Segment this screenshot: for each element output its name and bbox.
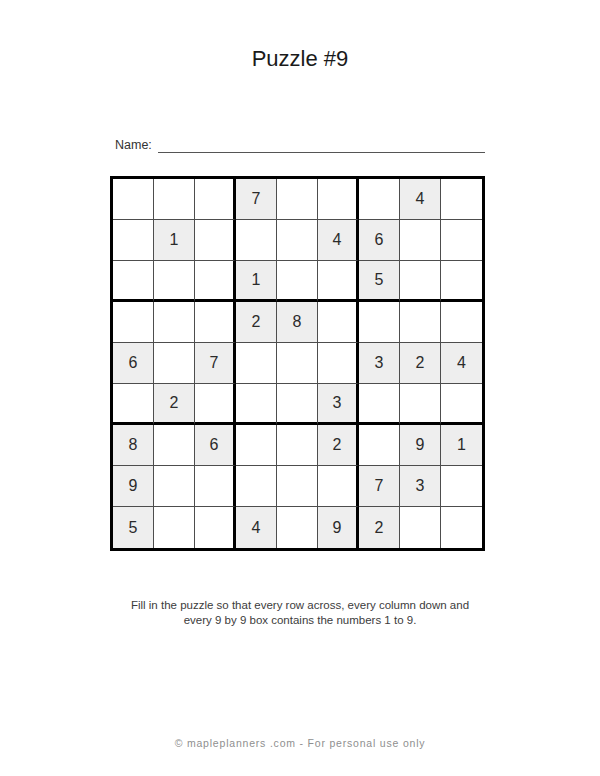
sudoku-cell-r5c8: 2 bbox=[400, 343, 441, 384]
sudoku-cell-r9c9[interactable] bbox=[441, 507, 482, 548]
sudoku-cell-r4c7[interactable] bbox=[359, 302, 400, 343]
sudoku-cell-r7c7[interactable] bbox=[359, 425, 400, 466]
sudoku-cell-r5c3: 7 bbox=[195, 343, 236, 384]
sudoku-cell-r6c5[interactable] bbox=[277, 384, 318, 425]
sudoku-cell-r2c3[interactable] bbox=[195, 220, 236, 261]
sudoku-cell-r4c8[interactable] bbox=[400, 302, 441, 343]
name-label: Name: bbox=[115, 138, 158, 153]
sudoku-cell-r7c2[interactable] bbox=[154, 425, 195, 466]
sudoku-cell-r7c9: 1 bbox=[441, 425, 482, 466]
sudoku-cell-r4c3[interactable] bbox=[195, 302, 236, 343]
sudoku-cell-r1c4: 7 bbox=[236, 179, 277, 220]
sudoku-cell-r1c8: 4 bbox=[400, 179, 441, 220]
sudoku-cell-r9c6: 9 bbox=[318, 507, 359, 548]
sudoku-cell-r1c3[interactable] bbox=[195, 179, 236, 220]
sudoku-cell-r1c2[interactable] bbox=[154, 179, 195, 220]
sudoku-cell-r3c6[interactable] bbox=[318, 261, 359, 302]
sudoku-cell-r8c1: 9 bbox=[113, 466, 154, 507]
sudoku-cell-r1c5[interactable] bbox=[277, 179, 318, 220]
sudoku-cell-r1c1[interactable] bbox=[113, 179, 154, 220]
sudoku-cell-r5c5[interactable] bbox=[277, 343, 318, 384]
sudoku-cell-r2c2: 1 bbox=[154, 220, 195, 261]
sudoku-cell-r6c7[interactable] bbox=[359, 384, 400, 425]
sudoku-cell-r5c2[interactable] bbox=[154, 343, 195, 384]
sudoku-cell-r2c4[interactable] bbox=[236, 220, 277, 261]
sudoku-cell-r2c1[interactable] bbox=[113, 220, 154, 261]
sudoku-cell-r4c9[interactable] bbox=[441, 302, 482, 343]
sudoku-cell-r9c4: 4 bbox=[236, 507, 277, 548]
sudoku-cell-r6c4[interactable] bbox=[236, 384, 277, 425]
sudoku-cell-r2c8[interactable] bbox=[400, 220, 441, 261]
sudoku-cell-r5c9: 4 bbox=[441, 343, 482, 384]
sudoku-cell-r1c7[interactable] bbox=[359, 179, 400, 220]
sudoku-cell-r1c6[interactable] bbox=[318, 179, 359, 220]
footer-text: © mapleplanners .com - For personal use … bbox=[0, 737, 600, 749]
sudoku-cell-r1c9[interactable] bbox=[441, 179, 482, 220]
sudoku-cell-r7c4[interactable] bbox=[236, 425, 277, 466]
sudoku-cell-r3c4: 1 bbox=[236, 261, 277, 302]
sudoku-cell-r3c9[interactable] bbox=[441, 261, 482, 302]
sudoku-cell-r3c1[interactable] bbox=[113, 261, 154, 302]
sudoku-cell-r2c7: 6 bbox=[359, 220, 400, 261]
sudoku-cell-r2c6: 4 bbox=[318, 220, 359, 261]
sudoku-cell-r7c5[interactable] bbox=[277, 425, 318, 466]
sudoku-cell-r4c1[interactable] bbox=[113, 302, 154, 343]
page-title: Puzzle #9 bbox=[0, 46, 600, 72]
sudoku-grid: 7414615286732423862919735492 bbox=[110, 176, 485, 551]
sudoku-cell-r8c9[interactable] bbox=[441, 466, 482, 507]
instructions-line1: Fill in the puzzle so that every row acr… bbox=[0, 598, 600, 613]
sudoku-cell-r4c2[interactable] bbox=[154, 302, 195, 343]
sudoku-cell-r6c3[interactable] bbox=[195, 384, 236, 425]
sudoku-cell-r3c5[interactable] bbox=[277, 261, 318, 302]
instructions-line2: every 9 by 9 box contains the numbers 1 … bbox=[0, 613, 600, 628]
sudoku-cell-r7c3: 6 bbox=[195, 425, 236, 466]
name-field: Name: bbox=[115, 138, 485, 153]
sudoku-cell-r7c6: 2 bbox=[318, 425, 359, 466]
sudoku-cell-r6c2: 2 bbox=[154, 384, 195, 425]
instructions: Fill in the puzzle so that every row acr… bbox=[0, 598, 600, 628]
sudoku-cell-r8c4[interactable] bbox=[236, 466, 277, 507]
sudoku-cell-r6c1[interactable] bbox=[113, 384, 154, 425]
sudoku-cell-r6c9[interactable] bbox=[441, 384, 482, 425]
sudoku-cell-r9c5[interactable] bbox=[277, 507, 318, 548]
sudoku-cell-r5c4[interactable] bbox=[236, 343, 277, 384]
sudoku-cell-r6c8[interactable] bbox=[400, 384, 441, 425]
sudoku-cell-r7c8: 9 bbox=[400, 425, 441, 466]
sudoku-cell-r5c7: 3 bbox=[359, 343, 400, 384]
sudoku-cell-r2c9[interactable] bbox=[441, 220, 482, 261]
sudoku-cell-r7c1: 8 bbox=[113, 425, 154, 466]
sudoku-cell-r9c7: 2 bbox=[359, 507, 400, 548]
sudoku-cell-r8c5[interactable] bbox=[277, 466, 318, 507]
sudoku-cell-r8c8: 3 bbox=[400, 466, 441, 507]
sudoku-cell-r5c6[interactable] bbox=[318, 343, 359, 384]
name-line bbox=[158, 139, 485, 153]
sudoku-cell-r8c7: 7 bbox=[359, 466, 400, 507]
sudoku-cell-r8c6[interactable] bbox=[318, 466, 359, 507]
sudoku-cell-r9c1: 5 bbox=[113, 507, 154, 548]
sudoku-cell-r4c6[interactable] bbox=[318, 302, 359, 343]
puzzle-page: Puzzle #9 Name: 741461528673242386291973… bbox=[0, 0, 600, 776]
sudoku-cell-r3c8[interactable] bbox=[400, 261, 441, 302]
sudoku-cell-r3c3[interactable] bbox=[195, 261, 236, 302]
sudoku-cell-r8c2[interactable] bbox=[154, 466, 195, 507]
sudoku-cell-r3c2[interactable] bbox=[154, 261, 195, 302]
sudoku-cell-r4c5: 8 bbox=[277, 302, 318, 343]
sudoku-cell-r9c8[interactable] bbox=[400, 507, 441, 548]
sudoku-cell-r5c1: 6 bbox=[113, 343, 154, 384]
sudoku-cell-r6c6: 3 bbox=[318, 384, 359, 425]
sudoku-cell-r4c4: 2 bbox=[236, 302, 277, 343]
sudoku-cell-r2c5[interactable] bbox=[277, 220, 318, 261]
sudoku-cell-r3c7: 5 bbox=[359, 261, 400, 302]
sudoku-cell-r9c3[interactable] bbox=[195, 507, 236, 548]
sudoku-cell-r8c3[interactable] bbox=[195, 466, 236, 507]
sudoku-cell-r9c2[interactable] bbox=[154, 507, 195, 548]
